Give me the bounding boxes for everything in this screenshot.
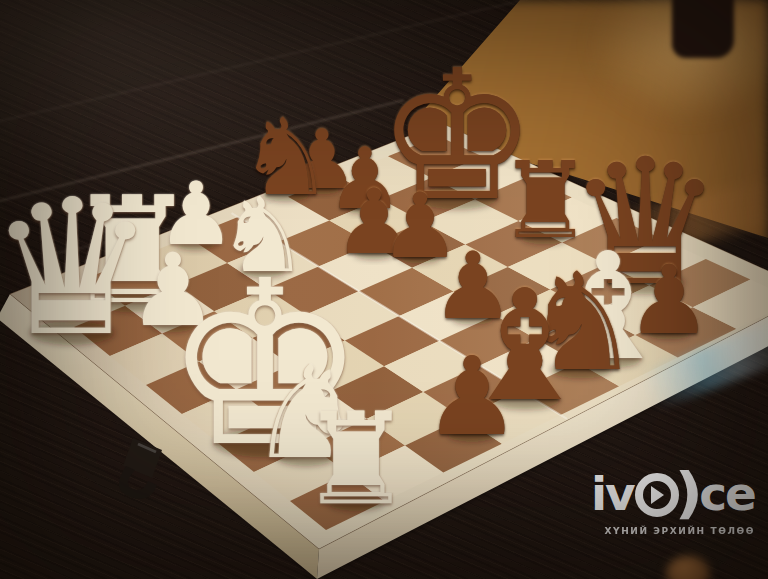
piece-shadow [327, 495, 385, 511]
piece-shadow [490, 390, 560, 410]
logo-text-iv: iv [591, 472, 634, 517]
piece-shadow [550, 361, 611, 378]
piece-shadow [354, 248, 395, 260]
piece-shadow [605, 272, 684, 294]
logo-text-ce: ce [699, 472, 755, 517]
piece-shadow [447, 428, 496, 442]
piece-shadow [29, 321, 114, 345]
piece-shadow [98, 293, 165, 312]
ivoice-wordmark: iv)ce [591, 466, 755, 523]
piece-shadow [647, 328, 690, 340]
piece-shadow [262, 188, 310, 202]
piece-shadow [176, 239, 216, 250]
piece-shadow [240, 264, 287, 277]
play-triangle-icon [651, 486, 664, 504]
piece-shadow [521, 231, 569, 245]
piece-shadow [452, 313, 494, 325]
piece-shadow [400, 252, 441, 264]
piece-shadow [416, 186, 498, 209]
photo-scene: ♟♞♚♟♜♟♟♟♞♛♜♟♟♛♟♝♞♝♟♚♞♜ iv)ce ХҮНИЙ ЭРХИЙ… [0, 0, 768, 579]
logo-sound-arc: ) [674, 466, 700, 519]
logo-tagline: ХҮНИЙ ЭРХИЙН ТӨЛӨӨ [591, 526, 755, 536]
piece-shadow [150, 320, 196, 333]
logo-play-icon [635, 473, 679, 517]
piece-shadow [277, 450, 335, 466]
ivoice-logo: iv)ce ХҮНИЙ ЭРХИЙН ТӨЛӨӨ [591, 466, 755, 536]
piece-shadow [303, 184, 340, 195]
piece-shadow [346, 204, 384, 215]
